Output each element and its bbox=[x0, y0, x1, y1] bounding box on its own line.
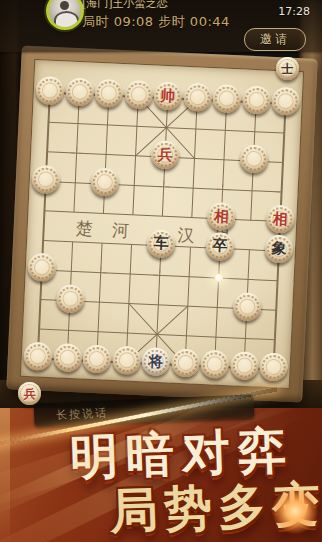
hidden-piece[interactable] bbox=[112, 346, 141, 375]
hidden-piece[interactable] bbox=[239, 144, 268, 173]
hidden-piece[interactable] bbox=[65, 77, 94, 106]
captured-piece-bing: 兵 bbox=[18, 382, 41, 405]
hidden-piece[interactable] bbox=[82, 344, 111, 373]
piece-卒[interactable]: 卒 bbox=[205, 232, 234, 261]
piece-帅[interactable]: 帅 bbox=[153, 81, 182, 110]
hidden-piece[interactable] bbox=[171, 348, 200, 377]
hidden-piece[interactable] bbox=[230, 351, 259, 380]
system-clock: 17:28 bbox=[278, 5, 310, 18]
hidden-piece[interactable] bbox=[55, 284, 84, 313]
lens-flare-orb bbox=[272, 488, 318, 534]
captured-tray-bottom-left: 兵 bbox=[18, 382, 41, 405]
piece-兵[interactable]: 兵 bbox=[151, 140, 180, 169]
piece-车[interactable]: 车 bbox=[146, 229, 175, 258]
avatar-head-silhouette bbox=[60, 1, 69, 10]
hidden-piece[interactable] bbox=[35, 76, 64, 105]
player-avatar[interactable] bbox=[46, 0, 84, 30]
piece-相[interactable]: 相 bbox=[207, 202, 236, 231]
top-bar: [海门]王小蛮之恋 局时 09:08 步时 00:44 17:28 邀请 bbox=[0, 0, 322, 52]
piece-相[interactable]: 相 bbox=[266, 205, 295, 234]
hidden-piece[interactable] bbox=[23, 342, 52, 371]
invite-button[interactable]: 邀请 bbox=[244, 28, 306, 51]
piece-象[interactable]: 象 bbox=[264, 234, 293, 263]
hidden-piece[interactable] bbox=[53, 343, 82, 372]
hidden-piece[interactable] bbox=[183, 83, 212, 112]
hidden-piece[interactable] bbox=[90, 167, 119, 196]
hidden-piece[interactable] bbox=[259, 352, 288, 381]
captured-tray-top-right: 士 bbox=[276, 57, 299, 80]
player-name: [海门]王小蛮之恋 bbox=[82, 0, 168, 11]
hidden-piece[interactable] bbox=[242, 85, 271, 114]
hidden-piece[interactable] bbox=[31, 164, 60, 193]
captured-piece-shi: 士 bbox=[276, 57, 299, 80]
hidden-piece[interactable] bbox=[271, 87, 300, 116]
river-label-left: 楚 河 bbox=[75, 218, 136, 241]
hidden-piece[interactable] bbox=[94, 79, 123, 108]
hidden-piece[interactable] bbox=[232, 292, 261, 321]
hidden-piece[interactable] bbox=[212, 84, 241, 113]
game-timers: 局时 09:08 步时 00:44 bbox=[82, 13, 230, 31]
voice-chat-label: 长按说话 bbox=[56, 406, 109, 423]
piece-将[interactable]: 将 bbox=[141, 347, 170, 376]
xiangqi-game-screen: 楚 河 汉 界 帅兵相相车卒象将 士 兵 长按说话 明暗对弈 局势多变 bbox=[0, 0, 322, 542]
hidden-piece[interactable] bbox=[27, 253, 56, 282]
avatar-body-silhouette bbox=[54, 11, 79, 29]
xiangqi-board[interactable]: 楚 河 汉 界 帅兵相相车卒象将 bbox=[6, 45, 317, 402]
hidden-piece[interactable] bbox=[200, 350, 229, 379]
hidden-piece[interactable] bbox=[124, 80, 153, 109]
